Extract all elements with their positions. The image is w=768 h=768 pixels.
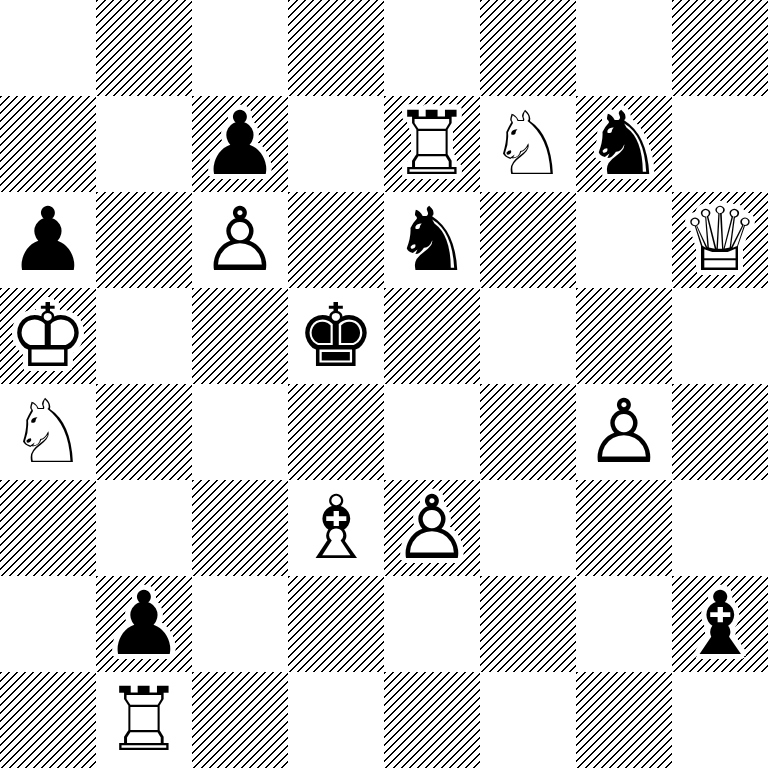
white-rook-icon: ♖ <box>384 96 480 192</box>
square-h3[interactable] <box>672 480 768 576</box>
square-g5[interactable] <box>576 288 672 384</box>
square-f1[interactable] <box>480 672 576 768</box>
white-bishop-icon: ♗ <box>288 480 384 576</box>
square-e4[interactable] <box>384 384 480 480</box>
square-h6[interactable]: ♛♕ <box>672 192 768 288</box>
square-a1[interactable] <box>0 672 96 768</box>
square-c8[interactable] <box>192 0 288 96</box>
square-d3[interactable]: ♝♗ <box>288 480 384 576</box>
piece-white-rook[interactable]: ♜♖ <box>384 96 480 192</box>
square-h4[interactable] <box>672 384 768 480</box>
square-f4[interactable] <box>480 384 576 480</box>
square-d1[interactable] <box>288 672 384 768</box>
white-pawn-icon: ♙ <box>384 480 480 576</box>
piece-black-knight[interactable]: ♞♞ <box>576 96 672 192</box>
piece-white-bishop[interactable]: ♝♗ <box>288 480 384 576</box>
piece-black-pawn[interactable]: ♟♟ <box>0 192 96 288</box>
piece-white-pawn[interactable]: ♟♙ <box>576 384 672 480</box>
square-f6[interactable] <box>480 192 576 288</box>
white-knight-icon: ♘ <box>0 384 96 480</box>
square-e7[interactable]: ♜♖ <box>384 96 480 192</box>
square-c3[interactable] <box>192 480 288 576</box>
white-knight-icon: ♘ <box>480 96 576 192</box>
square-g6[interactable] <box>576 192 672 288</box>
square-f8[interactable] <box>480 0 576 96</box>
square-a2[interactable] <box>0 576 96 672</box>
square-g8[interactable] <box>576 0 672 96</box>
square-f5[interactable] <box>480 288 576 384</box>
square-g7[interactable]: ♞♞ <box>576 96 672 192</box>
white-rook-icon: ♖ <box>96 672 192 768</box>
square-b7[interactable] <box>96 96 192 192</box>
square-a7[interactable] <box>0 96 96 192</box>
piece-black-bishop[interactable]: ♝♝ <box>672 576 768 672</box>
square-a6[interactable]: ♟♟ <box>0 192 96 288</box>
square-a3[interactable] <box>0 480 96 576</box>
square-h5[interactable] <box>672 288 768 384</box>
square-c4[interactable] <box>192 384 288 480</box>
black-king-icon: ♚ <box>288 288 384 384</box>
piece-black-pawn[interactable]: ♟♟ <box>96 576 192 672</box>
square-g3[interactable] <box>576 480 672 576</box>
square-h7[interactable] <box>672 96 768 192</box>
square-d7[interactable] <box>288 96 384 192</box>
square-f2[interactable] <box>480 576 576 672</box>
black-bishop-icon: ♝ <box>672 576 768 672</box>
piece-black-pawn[interactable]: ♟♟ <box>192 96 288 192</box>
white-king-icon: ♔ <box>0 288 96 384</box>
square-b8[interactable] <box>96 0 192 96</box>
square-d2[interactable] <box>288 576 384 672</box>
square-a8[interactable] <box>0 0 96 96</box>
square-e6[interactable]: ♞♞ <box>384 192 480 288</box>
square-b6[interactable] <box>96 192 192 288</box>
square-c7[interactable]: ♟♟ <box>192 96 288 192</box>
piece-white-pawn[interactable]: ♟♙ <box>384 480 480 576</box>
square-h8[interactable] <box>672 0 768 96</box>
square-e5[interactable] <box>384 288 480 384</box>
square-e2[interactable] <box>384 576 480 672</box>
square-g4[interactable]: ♟♙ <box>576 384 672 480</box>
square-d8[interactable] <box>288 0 384 96</box>
piece-white-queen[interactable]: ♛♕ <box>672 192 768 288</box>
square-c6[interactable]: ♟♙ <box>192 192 288 288</box>
square-b1[interactable]: ♜♖ <box>96 672 192 768</box>
square-c1[interactable] <box>192 672 288 768</box>
piece-white-king[interactable]: ♚♔ <box>0 288 96 384</box>
square-e3[interactable]: ♟♙ <box>384 480 480 576</box>
piece-black-knight[interactable]: ♞♞ <box>384 192 480 288</box>
square-h1[interactable] <box>672 672 768 768</box>
square-c2[interactable] <box>192 576 288 672</box>
square-a5[interactable]: ♚♔ <box>0 288 96 384</box>
square-g2[interactable] <box>576 576 672 672</box>
square-b5[interactable] <box>96 288 192 384</box>
piece-white-knight[interactable]: ♞♘ <box>0 384 96 480</box>
square-b4[interactable] <box>96 384 192 480</box>
square-e1[interactable] <box>384 672 480 768</box>
piece-white-rook[interactable]: ♜♖ <box>96 672 192 768</box>
square-c5[interactable] <box>192 288 288 384</box>
black-pawn-icon: ♟ <box>96 576 192 672</box>
square-e8[interactable] <box>384 0 480 96</box>
black-knight-icon: ♞ <box>384 192 480 288</box>
black-pawn-icon: ♟ <box>0 192 96 288</box>
square-b3[interactable] <box>96 480 192 576</box>
square-d6[interactable] <box>288 192 384 288</box>
white-pawn-icon: ♙ <box>576 384 672 480</box>
piece-white-knight[interactable]: ♞♘ <box>480 96 576 192</box>
square-h2[interactable]: ♝♝ <box>672 576 768 672</box>
black-knight-icon: ♞ <box>576 96 672 192</box>
square-a4[interactable]: ♞♘ <box>0 384 96 480</box>
white-pawn-icon: ♙ <box>192 192 288 288</box>
square-f7[interactable]: ♞♘ <box>480 96 576 192</box>
square-d4[interactable] <box>288 384 384 480</box>
chess-board: ♟♟♜♖♞♘♞♞♟♟♟♙♞♞♛♕♚♔♚♚♞♘♟♙♝♗♟♙♟♟♝♝♜♖ <box>0 0 768 768</box>
piece-white-pawn[interactable]: ♟♙ <box>192 192 288 288</box>
piece-black-king[interactable]: ♚♚ <box>288 288 384 384</box>
square-b2[interactable]: ♟♟ <box>96 576 192 672</box>
white-queen-icon: ♕ <box>672 192 768 288</box>
square-f3[interactable] <box>480 480 576 576</box>
square-d5[interactable]: ♚♚ <box>288 288 384 384</box>
square-g1[interactable] <box>576 672 672 768</box>
black-pawn-icon: ♟ <box>192 96 288 192</box>
